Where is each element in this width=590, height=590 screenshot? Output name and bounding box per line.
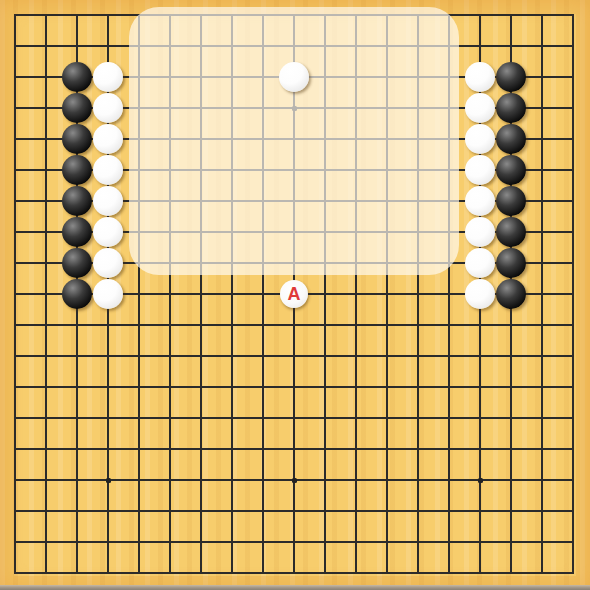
board-bottom-edge <box>0 585 590 590</box>
white-stone <box>93 248 123 278</box>
stones-layer[interactable]: A <box>0 0 589 589</box>
black-stone <box>62 279 92 309</box>
black-stone <box>496 155 526 185</box>
black-stone <box>496 124 526 154</box>
white-stone <box>93 217 123 247</box>
white-stone <box>465 62 495 92</box>
black-stone <box>62 217 92 247</box>
go-board[interactable]: A <box>0 0 590 590</box>
black-stone <box>62 155 92 185</box>
black-stone <box>62 93 92 123</box>
white-stone <box>465 124 495 154</box>
black-stone <box>496 248 526 278</box>
label-marker-text: A <box>288 285 301 303</box>
white-stone <box>465 186 495 216</box>
black-stone <box>496 93 526 123</box>
white-stone <box>93 62 123 92</box>
white-stone <box>465 93 495 123</box>
white-stone <box>465 248 495 278</box>
black-stone <box>62 62 92 92</box>
white-stone <box>93 186 123 216</box>
white-stone <box>93 155 123 185</box>
black-stone <box>496 62 526 92</box>
white-stone <box>93 124 123 154</box>
black-stone <box>496 217 526 247</box>
black-stone <box>62 124 92 154</box>
white-stone <box>465 279 495 309</box>
label-marker-A[interactable]: A <box>280 280 308 308</box>
white-stone <box>93 279 123 309</box>
black-stone <box>62 248 92 278</box>
white-stone <box>279 62 309 92</box>
black-stone <box>496 186 526 216</box>
white-stone <box>93 93 123 123</box>
white-stone <box>465 217 495 247</box>
black-stone <box>496 279 526 309</box>
black-stone <box>62 186 92 216</box>
white-stone <box>465 155 495 185</box>
